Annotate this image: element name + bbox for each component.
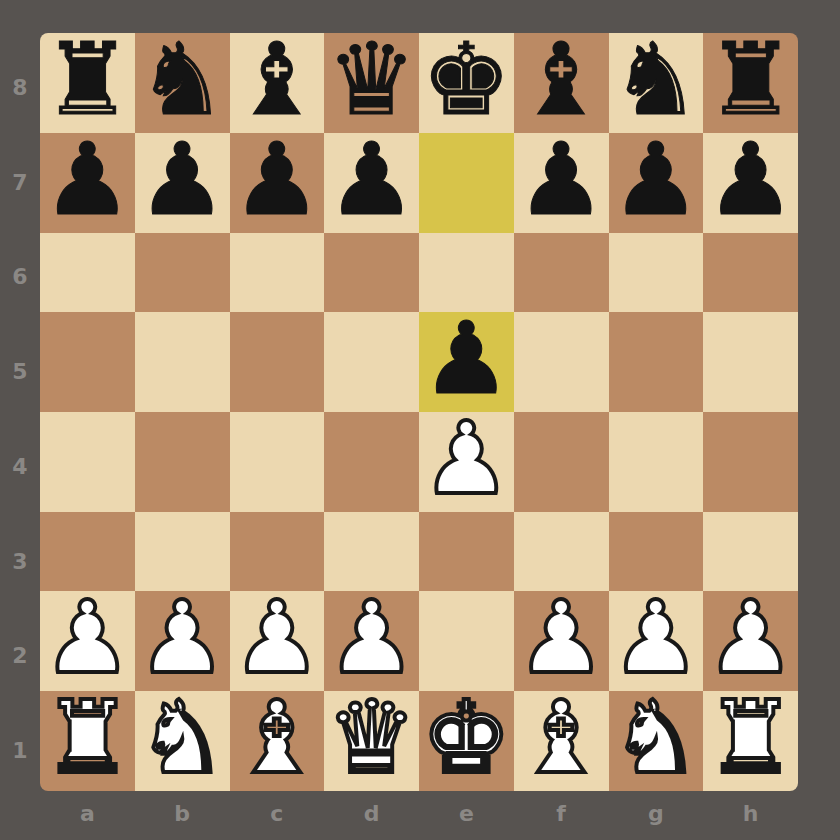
- square-e2[interactable]: [419, 591, 514, 691]
- square-e7[interactable]: [419, 133, 514, 233]
- square-c6[interactable]: [230, 233, 325, 312]
- chessboard: ♜♞♝♛♚♝♞♜♟♟♟♟♟♟♟♟♟♟♟♟♟♟♟♟♜♞♝♛♚♝♞♜: [40, 33, 798, 791]
- rank-label-6: 6: [0, 230, 40, 325]
- square-b5[interactable]: [135, 312, 230, 412]
- square-h5[interactable]: [703, 312, 798, 412]
- square-b1[interactable]: ♞: [135, 691, 230, 791]
- square-a2[interactable]: ♟: [40, 591, 135, 691]
- rank-label-1: 1: [0, 703, 40, 798]
- square-g2[interactable]: ♟: [609, 591, 704, 691]
- square-a8[interactable]: ♜: [40, 33, 135, 133]
- piece-black-king[interactable]: ♚: [422, 33, 512, 130]
- square-b8[interactable]: ♞: [135, 33, 230, 133]
- piece-black-rook[interactable]: ♜: [43, 33, 133, 130]
- piece-black-bishop[interactable]: ♝: [232, 33, 322, 130]
- piece-white-bishop[interactable]: ♝: [516, 688, 606, 788]
- piece-black-bishop[interactable]: ♝: [516, 33, 606, 130]
- file-label-b: b: [135, 791, 230, 835]
- square-c1[interactable]: ♝: [230, 691, 325, 791]
- chess-app-background: 8 7 6 5 4 3 2 1 ♜♞♝♛♚♝♞♜♟♟♟♟♟♟♟♟♟♟♟♟♟♟♟♟…: [0, 0, 840, 840]
- square-d2[interactable]: ♟: [324, 591, 419, 691]
- square-d7[interactable]: ♟: [324, 133, 419, 233]
- square-d5[interactable]: [324, 312, 419, 412]
- piece-black-pawn[interactable]: ♟: [611, 130, 701, 230]
- piece-white-bishop[interactable]: ♝: [232, 688, 322, 788]
- square-f6[interactable]: [514, 233, 609, 312]
- piece-white-rook[interactable]: ♜: [706, 688, 796, 788]
- square-b6[interactable]: [135, 233, 230, 312]
- square-c4[interactable]: [230, 412, 325, 512]
- piece-black-pawn[interactable]: ♟: [706, 130, 796, 230]
- square-f7[interactable]: ♟: [514, 133, 609, 233]
- file-label-f: f: [514, 791, 609, 835]
- square-a5[interactable]: [40, 312, 135, 412]
- rank-label-3: 3: [0, 514, 40, 609]
- square-g6[interactable]: [609, 233, 704, 312]
- square-h4[interactable]: [703, 412, 798, 512]
- square-g4[interactable]: [609, 412, 704, 512]
- piece-black-pawn[interactable]: ♟: [232, 130, 322, 230]
- square-e8[interactable]: ♚: [419, 33, 514, 133]
- square-d6[interactable]: [324, 233, 419, 312]
- file-label-a: a: [40, 791, 135, 835]
- piece-white-queen[interactable]: ♛: [327, 688, 417, 788]
- file-label-c: c: [230, 791, 325, 835]
- square-a4[interactable]: [40, 412, 135, 512]
- square-a6[interactable]: [40, 233, 135, 312]
- square-g1[interactable]: ♞: [609, 691, 704, 791]
- piece-white-knight[interactable]: ♞: [611, 688, 701, 788]
- piece-white-pawn[interactable]: ♟: [611, 588, 701, 688]
- square-f4[interactable]: [514, 412, 609, 512]
- square-a1[interactable]: ♜: [40, 691, 135, 791]
- square-h2[interactable]: ♟: [703, 591, 798, 691]
- square-f2[interactable]: ♟: [514, 591, 609, 691]
- square-h7[interactable]: ♟: [703, 133, 798, 233]
- piece-white-pawn[interactable]: ♟: [422, 409, 512, 509]
- file-label-e: e: [419, 791, 514, 835]
- piece-white-pawn[interactable]: ♟: [327, 588, 417, 688]
- square-h8[interactable]: ♜: [703, 33, 798, 133]
- square-c7[interactable]: ♟: [230, 133, 325, 233]
- piece-white-knight[interactable]: ♞: [137, 688, 227, 788]
- square-f5[interactable]: [514, 312, 609, 412]
- square-e3[interactable]: [419, 512, 514, 591]
- rank-label-7: 7: [0, 135, 40, 230]
- square-e4[interactable]: ♟: [419, 412, 514, 512]
- square-c5[interactable]: [230, 312, 325, 412]
- square-b7[interactable]: ♟: [135, 133, 230, 233]
- square-d1[interactable]: ♛: [324, 691, 419, 791]
- file-label-h: h: [703, 791, 798, 835]
- square-b4[interactable]: [135, 412, 230, 512]
- piece-black-pawn[interactable]: ♟: [327, 130, 417, 230]
- piece-white-rook[interactable]: ♜: [43, 688, 133, 788]
- square-h6[interactable]: [703, 233, 798, 312]
- rank-label-5: 5: [0, 324, 40, 419]
- piece-black-queen[interactable]: ♛: [327, 33, 417, 130]
- piece-black-pawn[interactable]: ♟: [422, 309, 512, 409]
- square-h1[interactable]: ♜: [703, 691, 798, 791]
- square-c2[interactable]: ♟: [230, 591, 325, 691]
- square-g8[interactable]: ♞: [609, 33, 704, 133]
- square-e1[interactable]: ♚: [419, 691, 514, 791]
- square-d8[interactable]: ♛: [324, 33, 419, 133]
- square-e5[interactable]: ♟: [419, 312, 514, 412]
- piece-black-pawn[interactable]: ♟: [43, 130, 133, 230]
- square-b2[interactable]: ♟: [135, 591, 230, 691]
- rank-label-2: 2: [0, 609, 40, 704]
- piece-black-knight[interactable]: ♞: [137, 33, 227, 130]
- file-labels: a b c d e f g h: [40, 791, 798, 835]
- rank-label-8: 8: [0, 40, 40, 135]
- piece-black-pawn[interactable]: ♟: [137, 130, 227, 230]
- rank-labels: 8 7 6 5 4 3 2 1: [0, 33, 40, 791]
- piece-white-pawn[interactable]: ♟: [232, 588, 322, 688]
- square-f8[interactable]: ♝: [514, 33, 609, 133]
- square-g7[interactable]: ♟: [609, 133, 704, 233]
- square-g5[interactable]: [609, 312, 704, 412]
- piece-black-knight[interactable]: ♞: [611, 33, 701, 130]
- file-label-d: d: [324, 791, 419, 835]
- piece-white-king[interactable]: ♚: [422, 688, 512, 788]
- square-d4[interactable]: [324, 412, 419, 512]
- rank-label-4: 4: [0, 419, 40, 514]
- square-f1[interactable]: ♝: [514, 691, 609, 791]
- piece-black-rook[interactable]: ♜: [706, 33, 796, 130]
- square-c8[interactable]: ♝: [230, 33, 325, 133]
- piece-white-pawn[interactable]: ♟: [516, 588, 606, 688]
- file-label-g: g: [609, 791, 704, 835]
- piece-white-pawn[interactable]: ♟: [137, 588, 227, 688]
- piece-white-pawn[interactable]: ♟: [706, 588, 796, 688]
- piece-black-pawn[interactable]: ♟: [516, 130, 606, 230]
- piece-white-pawn[interactable]: ♟: [43, 588, 133, 688]
- square-a7[interactable]: ♟: [40, 133, 135, 233]
